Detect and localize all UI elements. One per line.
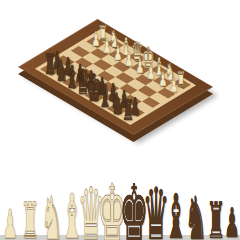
lineup-black-pawn: ♟ (214, 203, 240, 240)
chess-set-product-photo: ♜♞♝♛♚♝♞♜♟♟♟♟♟♟♟♟♟♟♟♟♟♟♟♟♜♞♝♛♚♝♞♜ ♟♜♞♝♛♚♚… (0, 0, 240, 240)
white-pawn-piece: ♟ (165, 75, 183, 95)
black-rook-piece: ♜ (115, 96, 141, 125)
